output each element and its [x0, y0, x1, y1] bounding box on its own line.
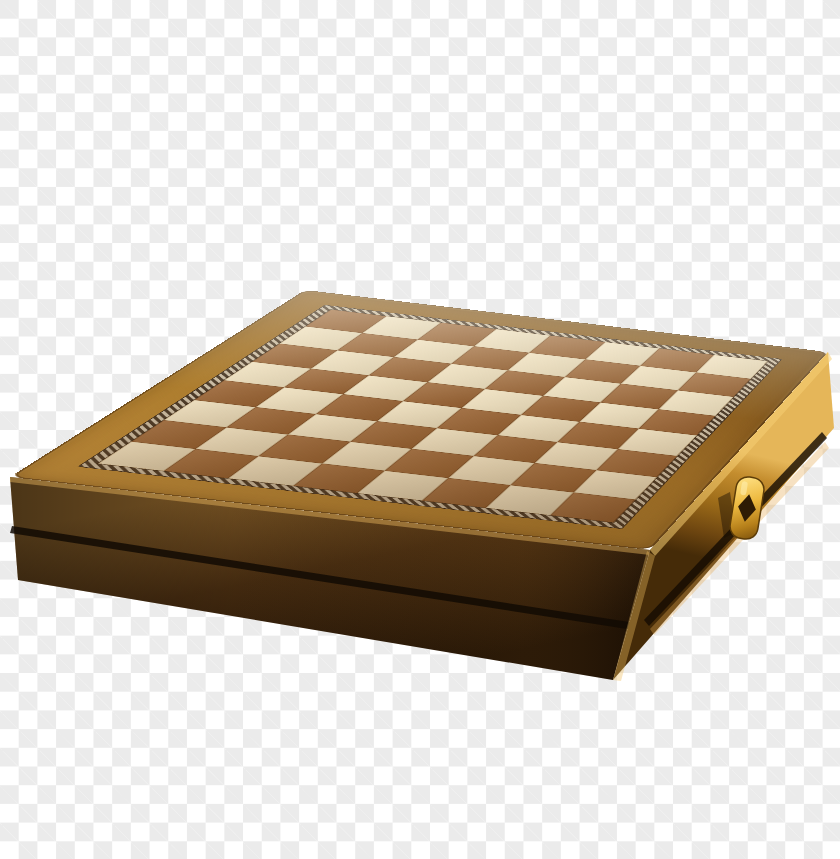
photo-stage	[0, 0, 840, 859]
